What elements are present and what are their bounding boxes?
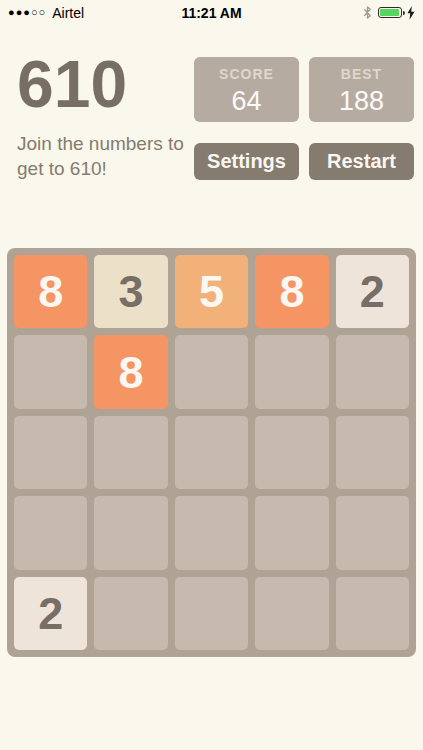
status-bar: ●●●○○ Airtel 11:21 AM	[0, 0, 423, 25]
empty-cell	[336, 335, 409, 408]
page-subtitle: Join the numbers to get to 610!	[17, 131, 202, 181]
page-title: 610	[17, 53, 127, 115]
battery-nub	[403, 11, 406, 16]
score-value: 64	[194, 86, 299, 117]
board[interactable]: 8358282	[7, 248, 416, 657]
empty-cell	[336, 577, 409, 650]
battery-icon	[378, 7, 402, 18]
empty-cell	[175, 577, 248, 650]
restart-button[interactable]: Restart	[309, 143, 414, 180]
empty-cell	[14, 416, 87, 489]
clock: 11:21 AM	[158, 5, 265, 21]
carrier-label: Airtel	[52, 5, 84, 21]
empty-cell	[14, 496, 87, 569]
empty-cell	[175, 496, 248, 569]
settings-button[interactable]: Settings	[194, 143, 299, 180]
empty-cell	[255, 496, 328, 569]
empty-cell	[14, 335, 87, 408]
tile-5: 5	[175, 255, 248, 328]
empty-cell	[175, 416, 248, 489]
empty-cell	[336, 416, 409, 489]
empty-cell	[255, 335, 328, 408]
signal-strength-icon: ●●●○○	[8, 7, 46, 18]
tile-2: 2	[336, 255, 409, 328]
score-box: SCORE 64	[194, 57, 299, 122]
bluetooth-icon	[362, 5, 373, 20]
empty-cell	[255, 416, 328, 489]
battery-fill	[380, 9, 399, 16]
status-bar-right	[265, 5, 415, 20]
empty-cell	[94, 416, 167, 489]
score-label: SCORE	[194, 66, 299, 82]
empty-cell	[94, 496, 167, 569]
charging-bolt-icon	[407, 6, 415, 20]
best-value: 188	[309, 86, 414, 117]
empty-cell	[175, 335, 248, 408]
empty-cell	[255, 577, 328, 650]
empty-cell	[336, 496, 409, 569]
best-label: BEST	[309, 66, 414, 82]
empty-cell	[94, 577, 167, 650]
tile-2: 2	[14, 577, 87, 650]
best-box: BEST 188	[309, 57, 414, 122]
tile-8: 8	[14, 255, 87, 328]
tile-8: 8	[255, 255, 328, 328]
tile-3: 3	[94, 255, 167, 328]
tile-8: 8	[94, 335, 167, 408]
status-bar-left: ●●●○○ Airtel	[8, 5, 158, 21]
